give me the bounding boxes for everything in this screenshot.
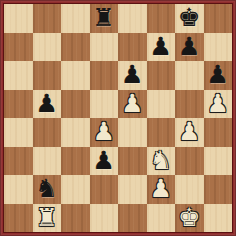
square-b5[interactable]: ♟ bbox=[33, 90, 62, 119]
square-g5[interactable] bbox=[175, 90, 204, 119]
board-frame: ♜♚♟♟♟♟♟♟♟♟♟♟♞♞♟♜♚ bbox=[0, 0, 236, 236]
square-h3[interactable] bbox=[204, 147, 233, 176]
square-b6[interactable] bbox=[33, 61, 62, 90]
square-g4[interactable]: ♟ bbox=[175, 118, 204, 147]
square-f4[interactable] bbox=[147, 118, 176, 147]
square-a2[interactable] bbox=[4, 175, 33, 204]
piece-white-king[interactable]: ♚ bbox=[178, 204, 200, 232]
square-a5[interactable] bbox=[4, 90, 33, 119]
square-f7[interactable]: ♟ bbox=[147, 33, 176, 62]
square-d3[interactable]: ♟ bbox=[90, 147, 119, 176]
square-a7[interactable] bbox=[4, 33, 33, 62]
square-e6[interactable]: ♟ bbox=[118, 61, 147, 90]
square-c5[interactable] bbox=[61, 90, 90, 119]
piece-black-pawn[interactable]: ♟ bbox=[150, 33, 172, 61]
piece-black-rook[interactable]: ♜ bbox=[93, 4, 115, 32]
square-f1[interactable] bbox=[147, 204, 176, 233]
square-d6[interactable] bbox=[90, 61, 119, 90]
square-d7[interactable] bbox=[90, 33, 119, 62]
square-c8[interactable] bbox=[61, 4, 90, 33]
square-e1[interactable] bbox=[118, 204, 147, 233]
square-d8[interactable]: ♜ bbox=[90, 4, 119, 33]
square-f8[interactable] bbox=[147, 4, 176, 33]
chess-board: ♜♚♟♟♟♟♟♟♟♟♟♟♞♞♟♜♚ bbox=[4, 4, 232, 232]
square-f3[interactable]: ♞ bbox=[147, 147, 176, 176]
square-a4[interactable] bbox=[4, 118, 33, 147]
square-d5[interactable] bbox=[90, 90, 119, 119]
square-e7[interactable] bbox=[118, 33, 147, 62]
square-g6[interactable] bbox=[175, 61, 204, 90]
square-g7[interactable]: ♟ bbox=[175, 33, 204, 62]
square-b3[interactable] bbox=[33, 147, 62, 176]
square-c1[interactable] bbox=[61, 204, 90, 233]
square-b1[interactable]: ♜ bbox=[33, 204, 62, 233]
square-e2[interactable] bbox=[118, 175, 147, 204]
square-e3[interactable] bbox=[118, 147, 147, 176]
piece-white-pawn[interactable]: ♟ bbox=[178, 118, 200, 146]
square-c3[interactable] bbox=[61, 147, 90, 176]
square-f6[interactable] bbox=[147, 61, 176, 90]
square-h4[interactable] bbox=[204, 118, 233, 147]
square-c4[interactable] bbox=[61, 118, 90, 147]
piece-black-pawn[interactable]: ♟ bbox=[93, 147, 115, 175]
square-g2[interactable] bbox=[175, 175, 204, 204]
square-d1[interactable] bbox=[90, 204, 119, 233]
square-h7[interactable] bbox=[204, 33, 233, 62]
square-e5[interactable]: ♟ bbox=[118, 90, 147, 119]
square-f5[interactable] bbox=[147, 90, 176, 119]
piece-white-knight[interactable]: ♞ bbox=[150, 147, 172, 175]
square-c7[interactable] bbox=[61, 33, 90, 62]
square-a6[interactable] bbox=[4, 61, 33, 90]
piece-white-pawn[interactable]: ♟ bbox=[121, 90, 143, 118]
square-b8[interactable] bbox=[33, 4, 62, 33]
square-c6[interactable] bbox=[61, 61, 90, 90]
piece-white-pawn[interactable]: ♟ bbox=[93, 118, 115, 146]
piece-black-knight[interactable]: ♞ bbox=[36, 175, 58, 203]
square-h2[interactable] bbox=[204, 175, 233, 204]
square-e4[interactable] bbox=[118, 118, 147, 147]
square-h6[interactable]: ♟ bbox=[204, 61, 233, 90]
piece-white-pawn[interactable]: ♟ bbox=[150, 175, 172, 203]
square-h1[interactable] bbox=[204, 204, 233, 233]
square-h5[interactable]: ♟ bbox=[204, 90, 233, 119]
square-f2[interactable]: ♟ bbox=[147, 175, 176, 204]
piece-white-pawn[interactable]: ♟ bbox=[207, 90, 229, 118]
square-b4[interactable] bbox=[33, 118, 62, 147]
square-h8[interactable] bbox=[204, 4, 233, 33]
piece-black-pawn[interactable]: ♟ bbox=[36, 90, 58, 118]
square-g3[interactable] bbox=[175, 147, 204, 176]
square-b7[interactable] bbox=[33, 33, 62, 62]
piece-black-pawn[interactable]: ♟ bbox=[207, 61, 229, 89]
piece-black-pawn[interactable]: ♟ bbox=[178, 33, 200, 61]
square-d4[interactable]: ♟ bbox=[90, 118, 119, 147]
square-e8[interactable] bbox=[118, 4, 147, 33]
square-a3[interactable] bbox=[4, 147, 33, 176]
piece-black-king[interactable]: ♚ bbox=[178, 4, 200, 32]
piece-black-pawn[interactable]: ♟ bbox=[121, 61, 143, 89]
square-d2[interactable] bbox=[90, 175, 119, 204]
square-a8[interactable] bbox=[4, 4, 33, 33]
square-g8[interactable]: ♚ bbox=[175, 4, 204, 33]
square-b2[interactable]: ♞ bbox=[33, 175, 62, 204]
square-a1[interactable] bbox=[4, 204, 33, 233]
square-c2[interactable] bbox=[61, 175, 90, 204]
piece-white-rook[interactable]: ♜ bbox=[36, 204, 58, 232]
square-g1[interactable]: ♚ bbox=[175, 204, 204, 233]
